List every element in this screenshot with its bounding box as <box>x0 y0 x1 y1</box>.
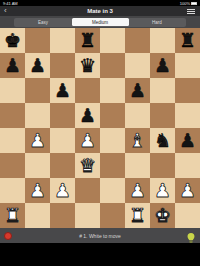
square-h1[interactable] <box>175 203 200 228</box>
square-h4[interactable]: ♟ <box>175 128 200 153</box>
black-pawn-piece: ♟ <box>4 53 21 78</box>
black-pawn-piece: ♟ <box>29 53 46 78</box>
bottom-black-area <box>0 243 200 266</box>
square-g6[interactable] <box>150 78 175 103</box>
square-g1[interactable]: ♚ <box>150 203 175 228</box>
square-a4[interactable] <box>0 128 25 153</box>
battery-percent: 100% <box>180 1 190 6</box>
black-king-piece: ♚ <box>4 28 21 53</box>
segment-hard[interactable]: Hard <box>129 18 186 26</box>
white-king-piece: ♚ <box>154 203 171 228</box>
white-pawn-piece: ♟ <box>154 178 171 203</box>
square-b1[interactable] <box>25 203 50 228</box>
square-f8[interactable] <box>125 28 150 53</box>
black-rook-piece: ♜ <box>179 28 196 53</box>
square-g4[interactable]: ♞ <box>150 128 175 153</box>
square-b7[interactable]: ♟ <box>25 53 50 78</box>
square-a6[interactable] <box>0 78 25 103</box>
black-pawn-piece: ♟ <box>54 78 71 103</box>
square-c6[interactable]: ♟ <box>50 78 75 103</box>
square-e3[interactable] <box>100 153 125 178</box>
square-c8[interactable] <box>50 28 75 53</box>
black-rook-piece: ♜ <box>79 28 96 53</box>
square-d6[interactable] <box>75 78 100 103</box>
square-d2[interactable] <box>75 178 100 203</box>
black-pawn-piece: ♟ <box>129 78 146 103</box>
move-status-text: # 1. White to move <box>0 233 200 239</box>
status-time: 9:41 AM <box>3 1 18 6</box>
square-e8[interactable] <box>100 28 125 53</box>
black-knight-piece: ♞ <box>154 128 171 153</box>
nav-bar: ‹ Mate in 3 <box>0 6 200 16</box>
square-f5[interactable] <box>125 103 150 128</box>
square-a8[interactable]: ♚ <box>0 28 25 53</box>
page-title: Mate in 3 <box>0 8 200 14</box>
square-f6[interactable]: ♟ <box>125 78 150 103</box>
square-f2[interactable]: ♟ <box>125 178 150 203</box>
square-h6[interactable] <box>175 78 200 103</box>
battery-icon <box>191 2 197 5</box>
white-pawn-piece: ♟ <box>54 178 71 203</box>
bottom-toolbar: # 1. White to move <box>0 228 200 243</box>
square-c1[interactable] <box>50 203 75 228</box>
square-b3[interactable] <box>25 153 50 178</box>
square-c5[interactable] <box>50 103 75 128</box>
square-e1[interactable] <box>100 203 125 228</box>
square-a2[interactable] <box>0 178 25 203</box>
square-a1[interactable]: ♜ <box>0 203 25 228</box>
white-bishop-piece: ♝ <box>129 128 146 153</box>
white-pawn-piece: ♟ <box>179 178 196 203</box>
square-b8[interactable] <box>25 28 50 53</box>
menu-icon[interactable] <box>187 9 195 15</box>
square-d3[interactable]: ♛ <box>75 153 100 178</box>
white-rook-piece: ♜ <box>4 203 21 228</box>
square-d1[interactable] <box>75 203 100 228</box>
app-window: 9:41 AM 100% ‹ Mate in 3 EasyMediumHard … <box>0 0 200 266</box>
square-g8[interactable] <box>150 28 175 53</box>
square-g7[interactable]: ♟ <box>150 53 175 78</box>
segment-medium[interactable]: Medium <box>72 18 129 26</box>
square-f3[interactable] <box>125 153 150 178</box>
square-h2[interactable]: ♟ <box>175 178 200 203</box>
white-pawn-piece: ♟ <box>129 178 146 203</box>
square-e2[interactable] <box>100 178 125 203</box>
square-a3[interactable] <box>0 153 25 178</box>
square-c2[interactable]: ♟ <box>50 178 75 203</box>
chess-board: ♚♜♜♟♟♛♟♟♟♟♟♟♝♞♟♛♟♟♟♟♟♜♜♚ <box>0 28 200 228</box>
square-d4[interactable]: ♟ <box>75 128 100 153</box>
black-pawn-piece: ♟ <box>154 53 171 78</box>
square-h3[interactable] <box>175 153 200 178</box>
black-queen-piece: ♛ <box>79 53 96 78</box>
white-pawn-piece: ♟ <box>79 128 96 153</box>
square-h5[interactable] <box>175 103 200 128</box>
square-b2[interactable]: ♟ <box>25 178 50 203</box>
square-e7[interactable] <box>100 53 125 78</box>
square-e5[interactable] <box>100 103 125 128</box>
black-pawn-piece: ♟ <box>79 103 96 128</box>
white-rook-piece: ♜ <box>129 203 146 228</box>
square-h8[interactable]: ♜ <box>175 28 200 53</box>
difficulty-segmented-control: EasyMediumHard <box>14 18 186 27</box>
square-c7[interactable] <box>50 53 75 78</box>
square-b4[interactable]: ♟ <box>25 128 50 153</box>
square-a5[interactable] <box>0 103 25 128</box>
square-e4[interactable] <box>100 128 125 153</box>
square-a7[interactable]: ♟ <box>0 53 25 78</box>
square-e6[interactable] <box>100 78 125 103</box>
square-d5[interactable]: ♟ <box>75 103 100 128</box>
square-g3[interactable] <box>150 153 175 178</box>
black-pawn-piece: ♟ <box>179 128 196 153</box>
segmented-band: EasyMediumHard <box>0 16 200 28</box>
white-pawn-piece: ♟ <box>29 128 46 153</box>
white-pawn-piece: ♟ <box>29 178 46 203</box>
white-queen-piece: ♛ <box>79 153 96 178</box>
square-c3[interactable] <box>50 153 75 178</box>
square-d7[interactable]: ♛ <box>75 53 100 78</box>
square-g2[interactable]: ♟ <box>150 178 175 203</box>
square-f4[interactable]: ♝ <box>125 128 150 153</box>
square-g5[interactable] <box>150 103 175 128</box>
hint-lightbulb-icon[interactable] <box>187 230 195 248</box>
square-f1[interactable]: ♜ <box>125 203 150 228</box>
square-h7[interactable] <box>175 53 200 78</box>
square-b6[interactable] <box>25 78 50 103</box>
square-f7[interactable] <box>125 53 150 78</box>
square-d8[interactable]: ♜ <box>75 28 100 53</box>
square-c4[interactable] <box>50 128 75 153</box>
square-b5[interactable] <box>25 103 50 128</box>
segment-easy[interactable]: Easy <box>15 18 72 26</box>
